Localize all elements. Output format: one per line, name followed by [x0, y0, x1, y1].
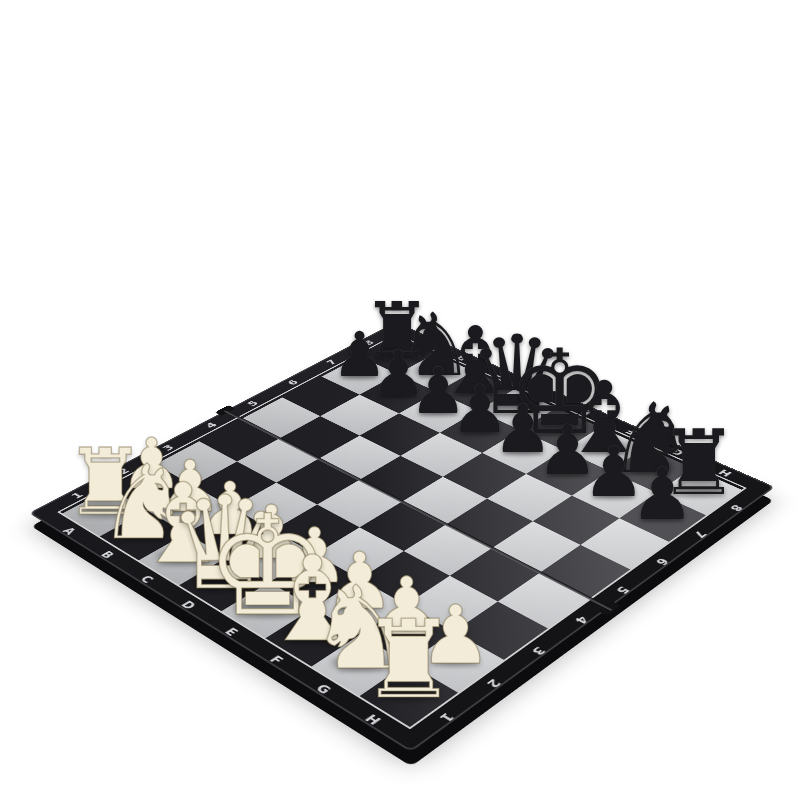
piece-white-rook-h1[interactable]: ♜ — [355, 606, 463, 714]
pieces-layer: ♜♞♝♛♚♝♞♜♟♟♟♟♟♟♟♟♟♟♟♟♟♟♟♟♜♞♝♛♚♝♞♜ — [0, 0, 800, 800]
piece-black-pawn-h7[interactable]: ♟ — [626, 458, 698, 530]
photo-background: AABBCCDDEEFFGGHH1122334455667788 ♜♞♝♛♚♝♞… — [0, 0, 800, 800]
